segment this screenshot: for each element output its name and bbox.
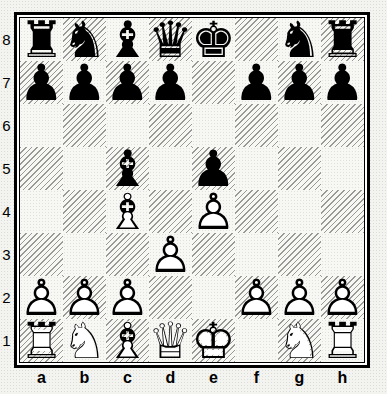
square-h3[interactable] — [321, 233, 364, 276]
white-queen-icon: ♛♕ — [149, 319, 192, 362]
piece-glyph: ♟ — [278, 61, 321, 104]
rank-label-4: 4 — [0, 190, 13, 233]
white-rook-icon: ♜♖ — [321, 319, 364, 362]
piece-glyph: ♞ — [278, 18, 321, 61]
piece-white-fill-layer: ♟ — [20, 276, 63, 319]
square-g6[interactable] — [278, 104, 321, 147]
square-d3[interactable]: ♟♙ — [149, 233, 192, 276]
white-king-icon: ♚♔ — [192, 319, 235, 362]
piece-white-fill-layer: ♝ — [106, 319, 149, 362]
piece-glyph: ♖ — [20, 319, 63, 362]
white-rook-icon: ♜♖ — [20, 319, 63, 362]
piece-glyph: ♝ — [106, 147, 149, 190]
square-a3[interactable] — [20, 233, 63, 276]
black-pawn-icon: ♟ — [321, 61, 364, 104]
piece-glyph: ♙ — [235, 276, 278, 319]
square-g8[interactable]: ♞ — [278, 18, 321, 61]
square-f7[interactable]: ♟ — [235, 61, 278, 104]
black-rook-icon: ♜ — [20, 18, 63, 61]
piece-glyph: ♗ — [106, 319, 149, 362]
piece-glyph: ♝ — [106, 18, 149, 61]
white-pawn-icon: ♟♙ — [149, 233, 192, 276]
square-g5[interactable] — [278, 147, 321, 190]
white-knight-icon: ♞♘ — [278, 319, 321, 362]
rank-label-6: 6 — [0, 104, 13, 147]
black-pawn-icon: ♟ — [149, 61, 192, 104]
square-e7[interactable] — [192, 61, 235, 104]
square-b5[interactable] — [63, 147, 106, 190]
piece-white-fill-layer: ♞ — [278, 319, 321, 362]
rank-label-2: 2 — [0, 276, 13, 319]
square-e4[interactable]: ♟♙ — [192, 190, 235, 233]
piece-glyph: ♟ — [192, 147, 235, 190]
piece-glyph: ♟ — [321, 61, 364, 104]
piece-white-fill-layer: ♟ — [321, 276, 364, 319]
white-pawn-icon: ♟♙ — [235, 276, 278, 319]
piece-glyph: ♙ — [106, 276, 149, 319]
piece-glyph: ♙ — [192, 190, 235, 233]
rank-label-1: 1 — [0, 319, 13, 362]
square-h6[interactable] — [321, 104, 364, 147]
square-f5[interactable] — [235, 147, 278, 190]
square-g1[interactable]: ♞♘ — [278, 319, 321, 362]
file-label-a: a — [20, 366, 63, 390]
rank-label-5: 5 — [0, 147, 13, 190]
black-bishop-icon: ♝ — [106, 147, 149, 190]
piece-white-fill-layer: ♜ — [20, 319, 63, 362]
square-c5[interactable]: ♝ — [106, 147, 149, 190]
square-h2[interactable]: ♟♙ — [321, 276, 364, 319]
rank-labels: 87654321 — [0, 18, 13, 362]
square-c4[interactable]: ♝♗ — [106, 190, 149, 233]
board-inner-frame: ♜♞♝♛♚♞♜♟♟♟♟♟♟♟♝♟♝♗♟♙♟♙♟♙♟♙♟♙♟♙♟♙♟♙♜♖♞♘♝♗… — [19, 17, 365, 363]
black-queen-icon: ♛ — [149, 18, 192, 61]
piece-white-fill-layer: ♛ — [149, 319, 192, 362]
square-a2[interactable]: ♟♙ — [20, 276, 63, 319]
white-pawn-icon: ♟♙ — [321, 276, 364, 319]
file-label-g: g — [278, 366, 321, 390]
square-b6[interactable] — [63, 104, 106, 147]
white-pawn-icon: ♟♙ — [106, 276, 149, 319]
chess-board: ♜♞♝♛♚♞♜♟♟♟♟♟♟♟♝♟♝♗♟♙♟♙♟♙♟♙♟♙♟♙♟♙♟♙♜♖♞♘♝♗… — [14, 12, 370, 368]
piece-glyph: ♚ — [192, 18, 235, 61]
square-c3[interactable] — [106, 233, 149, 276]
piece-glyph: ♟ — [106, 61, 149, 104]
rank-label-8: 8 — [0, 18, 13, 61]
square-f4[interactable] — [235, 190, 278, 233]
square-b2[interactable]: ♟♙ — [63, 276, 106, 319]
piece-white-fill-layer: ♝ — [106, 190, 149, 233]
square-g2[interactable]: ♟♙ — [278, 276, 321, 319]
piece-glyph: ♟ — [149, 61, 192, 104]
square-b4[interactable] — [63, 190, 106, 233]
piece-white-fill-layer: ♟ — [235, 276, 278, 319]
file-label-e: e — [192, 366, 235, 390]
piece-white-fill-layer: ♜ — [321, 319, 364, 362]
square-a6[interactable] — [20, 104, 63, 147]
piece-glyph: ♔ — [192, 319, 235, 362]
square-g3[interactable] — [278, 233, 321, 276]
piece-glyph: ♖ — [321, 319, 364, 362]
black-pawn-icon: ♟ — [106, 61, 149, 104]
square-d2[interactable] — [149, 276, 192, 319]
square-a8[interactable]: ♜ — [20, 18, 63, 61]
square-h5[interactable] — [321, 147, 364, 190]
piece-glyph: ♜ — [20, 18, 63, 61]
square-b7[interactable]: ♟ — [63, 61, 106, 104]
square-a5[interactable] — [20, 147, 63, 190]
square-f3[interactable] — [235, 233, 278, 276]
square-d4[interactable] — [149, 190, 192, 233]
piece-glyph: ♕ — [149, 319, 192, 362]
square-h7[interactable]: ♟ — [321, 61, 364, 104]
square-e6[interactable] — [192, 104, 235, 147]
square-g4[interactable] — [278, 190, 321, 233]
piece-glyph: ♘ — [63, 319, 106, 362]
piece-glyph: ♙ — [20, 276, 63, 319]
square-h8[interactable]: ♜ — [321, 18, 364, 61]
piece-glyph: ♛ — [149, 18, 192, 61]
square-c1[interactable]: ♝♗ — [106, 319, 149, 362]
square-c2[interactable]: ♟♙ — [106, 276, 149, 319]
piece-glyph: ♜ — [321, 18, 364, 61]
black-bishop-icon: ♝ — [106, 18, 149, 61]
piece-glyph: ♘ — [278, 319, 321, 362]
square-d7[interactable]: ♟ — [149, 61, 192, 104]
piece-glyph: ♟ — [20, 61, 63, 104]
square-g7[interactable]: ♟ — [278, 61, 321, 104]
rank-label-7: 7 — [0, 61, 13, 104]
piece-glyph: ♙ — [278, 276, 321, 319]
piece-glyph: ♙ — [149, 233, 192, 276]
file-labels: abcdefgh — [20, 366, 364, 390]
piece-white-fill-layer: ♟ — [149, 233, 192, 276]
square-a4[interactable] — [20, 190, 63, 233]
piece-glyph: ♟ — [235, 61, 278, 104]
square-f6[interactable] — [235, 104, 278, 147]
black-pawn-icon: ♟ — [278, 61, 321, 104]
rank-label-3: 3 — [0, 233, 13, 276]
piece-white-fill-layer: ♚ — [192, 319, 235, 362]
square-e8[interactable]: ♚ — [192, 18, 235, 61]
file-label-h: h — [321, 366, 364, 390]
square-d5[interactable] — [149, 147, 192, 190]
black-rook-icon: ♜ — [321, 18, 364, 61]
board-grid: ♜♞♝♛♚♞♜♟♟♟♟♟♟♟♝♟♝♗♟♙♟♙♟♙♟♙♟♙♟♙♟♙♟♙♜♖♞♘♝♗… — [20, 18, 364, 362]
piece-white-fill-layer: ♟ — [106, 276, 149, 319]
square-f2[interactable]: ♟♙ — [235, 276, 278, 319]
white-pawn-icon: ♟♙ — [192, 190, 235, 233]
white-bishop-icon: ♝♗ — [106, 190, 149, 233]
square-a7[interactable]: ♟ — [20, 61, 63, 104]
piece-glyph: ♞ — [63, 18, 106, 61]
file-label-f: f — [235, 366, 278, 390]
white-pawn-icon: ♟♙ — [63, 276, 106, 319]
piece-glyph: ♙ — [63, 276, 106, 319]
file-label-b: b — [63, 366, 106, 390]
piece-white-fill-layer: ♞ — [63, 319, 106, 362]
square-e3[interactable] — [192, 233, 235, 276]
square-d8[interactable]: ♛ — [149, 18, 192, 61]
square-a1[interactable]: ♜♖ — [20, 319, 63, 362]
square-c7[interactable]: ♟ — [106, 61, 149, 104]
piece-white-fill-layer: ♟ — [278, 276, 321, 319]
file-label-c: c — [106, 366, 149, 390]
square-h4[interactable] — [321, 190, 364, 233]
black-knight-icon: ♞ — [278, 18, 321, 61]
piece-glyph: ♙ — [321, 276, 364, 319]
square-f8[interactable] — [235, 18, 278, 61]
square-b3[interactable] — [63, 233, 106, 276]
white-knight-icon: ♞♘ — [63, 319, 106, 362]
square-e5[interactable]: ♟ — [192, 147, 235, 190]
square-c6[interactable] — [106, 104, 149, 147]
black-pawn-icon: ♟ — [63, 61, 106, 104]
piece-white-fill-layer: ♟ — [63, 276, 106, 319]
square-c8[interactable]: ♝ — [106, 18, 149, 61]
square-d6[interactable] — [149, 104, 192, 147]
black-pawn-icon: ♟ — [20, 61, 63, 104]
black-pawn-icon: ♟ — [192, 147, 235, 190]
piece-white-fill-layer: ♟ — [192, 190, 235, 233]
white-pawn-icon: ♟♙ — [20, 276, 63, 319]
square-e2[interactable] — [192, 276, 235, 319]
square-b8[interactable]: ♞ — [63, 18, 106, 61]
square-b1[interactable]: ♞♘ — [63, 319, 106, 362]
black-king-icon: ♚ — [192, 18, 235, 61]
black-knight-icon: ♞ — [63, 18, 106, 61]
square-h1[interactable]: ♜♖ — [321, 319, 364, 362]
file-label-d: d — [149, 366, 192, 390]
white-pawn-icon: ♟♙ — [278, 276, 321, 319]
black-pawn-icon: ♟ — [235, 61, 278, 104]
piece-glyph: ♗ — [106, 190, 149, 233]
piece-glyph: ♟ — [63, 61, 106, 104]
square-d1[interactable]: ♛♕ — [149, 319, 192, 362]
square-e1[interactable]: ♚♔ — [192, 319, 235, 362]
white-bishop-icon: ♝♗ — [106, 319, 149, 362]
square-f1[interactable] — [235, 319, 278, 362]
